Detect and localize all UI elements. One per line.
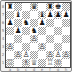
- square-f4[interactable]: [46, 35, 54, 43]
- file-label-g: g: [54, 68, 62, 72]
- white-rook: ♖: [6, 59, 14, 67]
- square-g7[interactable]: ♟: [54, 11, 62, 19]
- white-rook: ♖: [46, 59, 54, 67]
- file-label-a: a: [6, 68, 14, 72]
- square-h2[interactable]: ♙: [62, 51, 70, 59]
- square-h4[interactable]: [62, 35, 70, 43]
- square-h6[interactable]: [62, 19, 70, 27]
- square-c5[interactable]: [22, 27, 30, 35]
- square-e3[interactable]: ♙: [38, 43, 46, 51]
- black-pawn: ♟: [46, 11, 54, 19]
- white-pawn: ♙: [30, 35, 38, 43]
- file-label-h: h: [62, 68, 70, 72]
- white-king: ♔: [54, 59, 62, 67]
- square-e1[interactable]: [38, 59, 46, 67]
- square-f1[interactable]: ♖: [46, 59, 54, 67]
- file-label-c: c: [22, 68, 30, 72]
- black-pawn: ♟: [54, 11, 62, 19]
- square-b5[interactable]: ♟: [14, 27, 22, 35]
- black-queen: ♛: [30, 3, 38, 11]
- square-c4[interactable]: [22, 35, 30, 43]
- square-f7[interactable]: ♟: [46, 11, 54, 19]
- square-d8[interactable]: ♛: [30, 3, 38, 11]
- chess-board: ♜♛♜♚♝♝♟♟♟♟♞♟♟♞♙♙♙♙♙♙♙♙♖♗♕♖♔: [5, 2, 71, 68]
- square-a6[interactable]: ♟: [6, 19, 14, 27]
- square-a5[interactable]: [6, 27, 14, 35]
- square-e6[interactable]: ♟: [38, 19, 46, 27]
- square-c6[interactable]: ♞: [22, 19, 30, 27]
- black-rook: ♜: [6, 3, 14, 11]
- square-d4[interactable]: ♙: [30, 35, 38, 43]
- black-pawn: ♟: [14, 27, 22, 35]
- white-pawn: ♙: [62, 51, 70, 59]
- black-bishop: ♝: [14, 11, 22, 19]
- white-queen: ♕: [30, 59, 38, 67]
- white-pawn: ♙: [6, 43, 14, 51]
- square-h7[interactable]: ♟: [62, 11, 70, 19]
- white-pawn: ♙: [38, 43, 46, 51]
- square-b2[interactable]: ♙: [14, 51, 22, 59]
- square-g1[interactable]: ♔: [54, 59, 62, 67]
- file-labels: abcdefgh: [6, 68, 70, 72]
- square-c8[interactable]: [22, 3, 30, 11]
- square-g4[interactable]: [54, 35, 62, 43]
- square-d1[interactable]: ♕: [30, 59, 38, 67]
- square-a3[interactable]: ♙: [6, 43, 14, 51]
- white-bishop: ♗: [22, 59, 30, 67]
- square-h5[interactable]: [62, 27, 70, 35]
- square-g5[interactable]: [54, 27, 62, 35]
- black-pawn: ♟: [38, 19, 46, 27]
- square-g6[interactable]: [54, 19, 62, 27]
- square-d7[interactable]: [30, 11, 38, 19]
- square-b4[interactable]: [14, 35, 22, 43]
- square-b1[interactable]: [14, 59, 22, 67]
- square-a1[interactable]: ♖: [6, 59, 14, 67]
- black-pawn: ♟: [6, 19, 14, 27]
- file-label-e: e: [38, 68, 46, 72]
- file-label-b: b: [14, 68, 22, 72]
- square-e2[interactable]: [38, 51, 46, 59]
- file-label-d: d: [30, 68, 38, 72]
- square-f6[interactable]: [46, 19, 54, 27]
- black-knight: ♞: [22, 19, 30, 27]
- square-f5[interactable]: [46, 27, 54, 35]
- chess-diagram: 87654321 ♜♛♜♚♝♝♟♟♟♟♞♟♟♞♙♙♙♙♙♙♙♙♖♗♕♖♔ abc…: [0, 0, 72, 72]
- square-e5[interactable]: [38, 27, 46, 35]
- file-label-f: f: [46, 68, 54, 72]
- square-c1[interactable]: ♗: [22, 59, 30, 67]
- square-a8[interactable]: ♜: [6, 3, 14, 11]
- black-pawn: ♟: [62, 11, 70, 19]
- square-d3[interactable]: [30, 43, 38, 51]
- square-h1[interactable]: [62, 59, 70, 67]
- white-pawn: ♙: [14, 51, 22, 59]
- square-b7[interactable]: ♝: [14, 11, 22, 19]
